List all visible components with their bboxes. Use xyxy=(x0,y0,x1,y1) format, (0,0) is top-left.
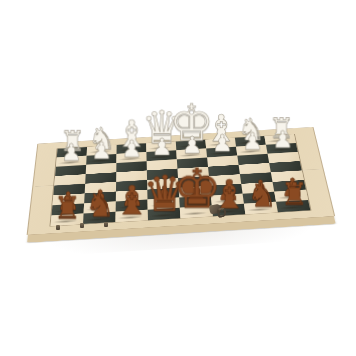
square-b8: ♞ xyxy=(83,212,116,224)
piece-white-pawn-c2: ♟ xyxy=(121,138,142,161)
board-grid: ♜♞♝♛♚♝♞♜♟♟♟♟♟♟♟♟♟♟♟♟♟♟♟♟♜♞♝♛♚♝♞♜ xyxy=(49,134,311,227)
piece-white-pawn-e2: ♟ xyxy=(181,134,202,157)
piece-white-pawn-g2: ♟ xyxy=(242,130,263,153)
hinge-pin-icon xyxy=(56,225,60,230)
piece-brown-knight-b8: ♞ xyxy=(84,189,114,223)
clasp-latch xyxy=(208,201,231,221)
square-g8: ♞ xyxy=(244,202,278,214)
piece-brown-rook-h8: ♜ xyxy=(280,180,307,210)
hinge-pin-icon xyxy=(80,223,84,228)
chess-board: ♜♞♝♛♚♝♞♜♟♟♟♟♟♟♟♟♟♟♟♟♟♟♟♟♜♞♝♛♚♝♞♜ xyxy=(27,127,336,235)
piece-white-pawn-b2: ♟ xyxy=(91,140,112,163)
piece-white-pawn-a2: ♟ xyxy=(61,141,82,164)
chess-set-photo: ♜♞♝♛♚♝♞♜♟♟♟♟♟♟♟♟♟♟♟♟♟♟♟♟♜♞♝♛♚♝♞♜ xyxy=(0,0,356,356)
clasp-hook-icon xyxy=(216,207,227,218)
hinge-pin-icon xyxy=(104,222,108,227)
piece-brown-rook-a8: ♜ xyxy=(53,194,80,224)
piece-white-pawn-d2: ♟ xyxy=(151,136,172,159)
piece-white-pawn-f2: ♟ xyxy=(212,132,233,155)
square-a3 xyxy=(55,165,86,176)
square-h8: ♜ xyxy=(276,200,310,212)
square-b2: ♟ xyxy=(86,154,116,165)
piece-white-pawn-h2: ♟ xyxy=(272,129,293,152)
piece-brown-knight-g8: ♞ xyxy=(246,179,276,213)
board-perspective-wrap: ♜♞♝♛♚♝♞♜♟♟♟♟♟♟♟♟♟♟♟♟♟♟♟♟♜♞♝♛♚♝♞♜ xyxy=(23,23,332,332)
